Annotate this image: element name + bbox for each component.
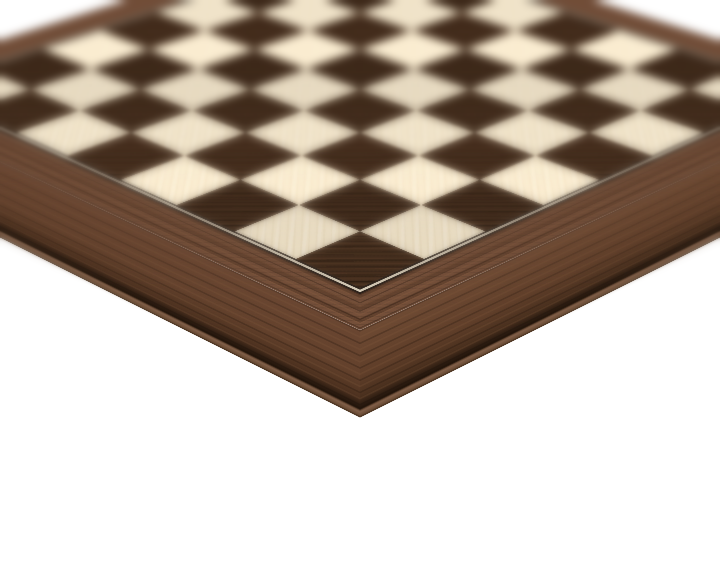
photo-scene xyxy=(0,0,720,576)
product-photo xyxy=(0,0,720,576)
